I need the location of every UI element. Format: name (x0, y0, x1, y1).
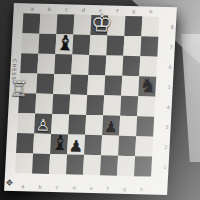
square-h7[interactable] (140, 36, 158, 56)
square-c7[interactable]: ♝ (55, 34, 73, 54)
square-h3[interactable] (136, 116, 154, 136)
square-h8[interactable] (141, 16, 159, 36)
rank-label-3: 3 (165, 124, 169, 130)
square-b5[interactable] (36, 74, 54, 94)
square-b1[interactable] (32, 153, 50, 173)
file-label-a: a (21, 183, 24, 189)
file-label-h: h (149, 9, 152, 15)
file-label-f: f (107, 185, 109, 191)
square-d6[interactable] (71, 55, 89, 75)
square-g3[interactable] (119, 116, 137, 136)
square-c5[interactable] (53, 74, 71, 94)
offboard-white-rook-piece[interactable]: ♖ (9, 79, 24, 100)
chess-mat: abcdefgh CHESS ♔♝♞♙♟♝♟ 87654321 abcdefgh… (4, 3, 177, 195)
square-g2[interactable] (118, 136, 136, 156)
square-a6[interactable] (20, 53, 38, 73)
square-b4[interactable] (35, 94, 53, 114)
file-label-a: a (31, 5, 34, 11)
square-e5[interactable] (87, 75, 105, 95)
file-label-g: g (123, 186, 127, 192)
file-label-d: d (72, 185, 76, 191)
file-label-e: e (90, 185, 93, 191)
rank-label-4: 4 (166, 104, 170, 110)
file-label-f: f (116, 8, 118, 14)
black-knight-piece[interactable]: ♞ (138, 75, 156, 96)
square-e7[interactable] (89, 35, 107, 55)
square-g6[interactable] (122, 56, 140, 76)
square-b8[interactable] (39, 14, 57, 34)
square-f1[interactable] (100, 155, 118, 175)
square-f4[interactable] (103, 95, 121, 115)
square-d2[interactable]: ♟ (67, 134, 85, 154)
brand-logo-icon: ❖ (5, 179, 14, 188)
square-a1[interactable] (15, 153, 33, 173)
square-d3[interactable] (68, 114, 86, 134)
square-b6[interactable] (37, 54, 55, 74)
square-b3[interactable]: ♙ (34, 114, 52, 134)
square-h1[interactable] (134, 156, 152, 176)
white-pawn-piece[interactable]: ♙ (34, 118, 52, 134)
photo-scene: abcdefgh CHESS ♔♝♞♙♟♝♟ 87654321 abcdefgh… (0, 0, 200, 200)
square-a8[interactable] (22, 13, 40, 33)
file-label-c: c (65, 6, 68, 12)
white-king-piece[interactable]: ♔ (90, 11, 108, 35)
square-h4[interactable] (137, 96, 155, 116)
square-c4[interactable] (52, 94, 70, 114)
black-pawn-piece[interactable]: ♟ (102, 119, 120, 135)
square-f7[interactable] (106, 35, 124, 55)
chess-board[interactable]: ♔♝♞♙♟♝♟ (15, 13, 159, 176)
square-f2[interactable] (101, 135, 119, 155)
rank-label-2: 2 (164, 144, 168, 150)
black-bishop-piece[interactable]: ♝ (55, 33, 73, 54)
rank-label-7: 7 (169, 44, 173, 50)
file-label-b: b (48, 6, 52, 12)
black-pawn-piece[interactable]: ♟ (67, 138, 85, 154)
square-e6[interactable] (88, 55, 106, 75)
square-e4[interactable] (86, 95, 104, 115)
rank-label-8: 8 (171, 24, 175, 30)
rank-label-6: 6 (168, 64, 172, 70)
file-label-h: h (140, 186, 143, 192)
square-b7[interactable] (38, 34, 56, 54)
square-b2[interactable] (33, 134, 51, 154)
file-labels-bottom: abcdefgh (14, 183, 150, 193)
square-g7[interactable] (123, 36, 141, 56)
square-f5[interactable] (104, 75, 122, 95)
square-c1[interactable] (49, 154, 67, 174)
square-f3[interactable]: ♟ (102, 115, 120, 135)
square-d8[interactable] (73, 15, 91, 35)
square-d1[interactable] (66, 154, 84, 174)
square-c6[interactable] (54, 54, 72, 74)
square-g8[interactable] (124, 16, 142, 36)
square-a3[interactable] (17, 113, 35, 133)
square-e8[interactable]: ♔ (90, 15, 108, 35)
file-label-d: d (82, 7, 86, 13)
square-h2[interactable] (135, 136, 153, 156)
square-g1[interactable] (117, 156, 135, 176)
square-e2[interactable] (84, 135, 102, 155)
square-e1[interactable] (83, 155, 101, 175)
square-f6[interactable] (105, 55, 123, 75)
square-h5[interactable]: ♞ (138, 76, 156, 96)
file-label-c: c (56, 184, 59, 190)
square-e3[interactable] (85, 115, 103, 135)
file-label-g: g (132, 8, 136, 14)
square-d5[interactable] (70, 74, 88, 94)
square-g4[interactable] (120, 96, 138, 116)
rank-label-5: 5 (167, 84, 171, 90)
square-g5[interactable] (121, 76, 139, 96)
square-c2[interactable]: ♝ (50, 134, 68, 154)
black-bishop-piece[interactable]: ♝ (50, 133, 68, 154)
square-a7[interactable] (21, 33, 39, 53)
rank-label-1: 1 (163, 164, 167, 170)
square-d4[interactable] (69, 94, 87, 114)
square-a2[interactable] (16, 133, 34, 153)
file-label-b: b (38, 184, 42, 190)
